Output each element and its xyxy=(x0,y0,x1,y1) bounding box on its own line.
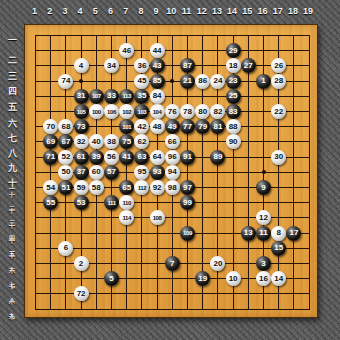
black-stone-15: 15 xyxy=(271,241,286,256)
white-stone-78: 78 xyxy=(180,104,195,119)
column-label-10: 10 xyxy=(163,6,179,20)
row-label-8: 八 xyxy=(2,133,22,148)
row-label-12: 十二 xyxy=(2,194,22,209)
black-stone-37: 37 xyxy=(74,165,89,180)
white-stone-2: 2 xyxy=(74,256,89,271)
black-stone-109: 109 xyxy=(180,226,195,241)
column-label-9: 9 xyxy=(148,6,164,20)
black-stone-85: 85 xyxy=(150,74,165,89)
black-stone-25: 25 xyxy=(226,89,241,104)
white-stone-74: 74 xyxy=(58,74,73,89)
black-stone-97: 97 xyxy=(180,180,195,195)
white-stone-72: 72 xyxy=(74,286,89,301)
row-label-2: 二 xyxy=(2,42,22,57)
row-label-17: 十七 xyxy=(2,270,22,285)
white-stone-56: 56 xyxy=(104,150,119,165)
column-label-1: 1 xyxy=(27,6,43,20)
black-stone-107: 107 xyxy=(89,89,104,104)
white-stone-10: 10 xyxy=(226,271,241,286)
black-stone-89: 89 xyxy=(210,150,225,165)
black-stone-57: 57 xyxy=(104,165,119,180)
white-stone-64: 64 xyxy=(150,150,165,165)
go-kifu-screenshot: 12345678910111213141516171819 一二三四五六七八九十… xyxy=(0,0,340,340)
black-stone-23: 23 xyxy=(226,74,241,89)
black-stone-29: 29 xyxy=(226,43,241,58)
black-stone-7: 7 xyxy=(165,256,180,271)
black-stone-17: 17 xyxy=(286,226,301,241)
white-stone-88: 88 xyxy=(226,119,241,134)
white-stone-104: 104 xyxy=(150,104,165,119)
white-stone-58: 58 xyxy=(89,180,104,195)
column-label-19: 19 xyxy=(300,6,316,20)
row-label-7: 七 xyxy=(2,118,22,133)
black-stone-91: 91 xyxy=(180,150,195,165)
white-stone-59: 59 xyxy=(74,180,89,195)
black-stone-43: 43 xyxy=(150,58,165,73)
row-label-13: 十三 xyxy=(2,209,22,224)
white-stone-96: 96 xyxy=(165,150,180,165)
white-stone-28: 28 xyxy=(271,74,286,89)
row-label-11: 十一 xyxy=(2,179,22,194)
white-stone-52: 52 xyxy=(58,150,73,165)
black-stone-73: 73 xyxy=(74,119,89,134)
row-label-16: 十六 xyxy=(2,255,22,270)
white-stone-48: 48 xyxy=(150,119,165,134)
black-stone-33: 33 xyxy=(104,89,119,104)
white-stone-32: 32 xyxy=(74,134,89,149)
white-stone-44: 44 xyxy=(150,43,165,58)
column-label-3: 3 xyxy=(57,6,73,20)
row-label-19: 十九 xyxy=(2,301,22,316)
white-stone-106: 106 xyxy=(104,104,119,119)
white-stone-92: 92 xyxy=(150,180,165,195)
column-label-18: 18 xyxy=(285,6,301,20)
black-stone-105: 105 xyxy=(74,104,89,119)
black-stone-53: 53 xyxy=(74,195,89,210)
black-stone-9: 9 xyxy=(256,180,271,195)
white-stone-98: 98 xyxy=(165,180,180,195)
black-stone-113: 113 xyxy=(119,89,134,104)
go-board[interactable]: 4644294343643871827267445852186242312831… xyxy=(24,24,318,318)
column-label-2: 2 xyxy=(42,6,58,20)
black-stone-63: 63 xyxy=(134,150,149,165)
row-label-10: 十 xyxy=(2,164,22,179)
row-label-18: 十八 xyxy=(2,285,22,300)
column-label-7: 7 xyxy=(118,6,134,20)
column-label-5: 5 xyxy=(87,6,103,20)
black-stone-13: 13 xyxy=(241,226,256,241)
column-label-6: 6 xyxy=(103,6,119,20)
column-label-14: 14 xyxy=(224,6,240,20)
black-stone-11: 11 xyxy=(256,226,271,241)
black-stone-31: 31 xyxy=(74,89,89,104)
white-stone-76: 76 xyxy=(165,104,180,119)
black-stone-61: 61 xyxy=(74,150,89,165)
white-stone-86: 86 xyxy=(195,74,210,89)
row-label-6: 六 xyxy=(2,103,22,118)
white-stone-30: 30 xyxy=(271,150,286,165)
white-stone-60: 60 xyxy=(89,165,104,180)
white-stone-108: 108 xyxy=(150,210,165,225)
white-stone-45: 45 xyxy=(134,74,149,89)
row-label-14: 十四 xyxy=(2,225,22,240)
row-label-3: 三 xyxy=(2,57,22,72)
white-stone-100: 100 xyxy=(89,104,104,119)
row-label-4: 四 xyxy=(2,73,22,88)
row-label-9: 九 xyxy=(2,149,22,164)
black-stone-93: 93 xyxy=(150,165,165,180)
black-stone-83: 83 xyxy=(226,104,241,119)
white-stone-84: 84 xyxy=(150,89,165,104)
white-stone-8: 8 xyxy=(271,226,286,241)
black-stone-3: 3 xyxy=(256,256,271,271)
column-label-4: 4 xyxy=(72,6,88,20)
black-stone-1: 1 xyxy=(256,74,271,89)
column-label-16: 16 xyxy=(255,6,271,20)
column-label-13: 13 xyxy=(209,6,225,20)
black-stone-71: 71 xyxy=(43,150,58,165)
column-label-8: 8 xyxy=(133,6,149,20)
black-stone-21: 21 xyxy=(180,74,195,89)
row-label-15: 十五 xyxy=(2,240,22,255)
column-label-17: 17 xyxy=(270,6,286,20)
white-stone-90: 90 xyxy=(226,134,241,149)
row-label-1: 一 xyxy=(2,27,22,42)
column-label-15: 15 xyxy=(239,6,255,20)
star-point xyxy=(262,170,266,174)
column-label-12: 12 xyxy=(194,6,210,20)
black-stone-41: 41 xyxy=(119,150,134,165)
white-stone-18: 18 xyxy=(226,58,241,73)
black-stone-39: 39 xyxy=(89,150,104,165)
black-stone-49: 49 xyxy=(165,119,180,134)
white-stone-24: 24 xyxy=(210,74,225,89)
white-stone-4: 4 xyxy=(74,58,89,73)
row-label-5: 五 xyxy=(2,88,22,103)
white-stone-94: 94 xyxy=(165,165,180,180)
column-label-11: 11 xyxy=(179,6,195,20)
